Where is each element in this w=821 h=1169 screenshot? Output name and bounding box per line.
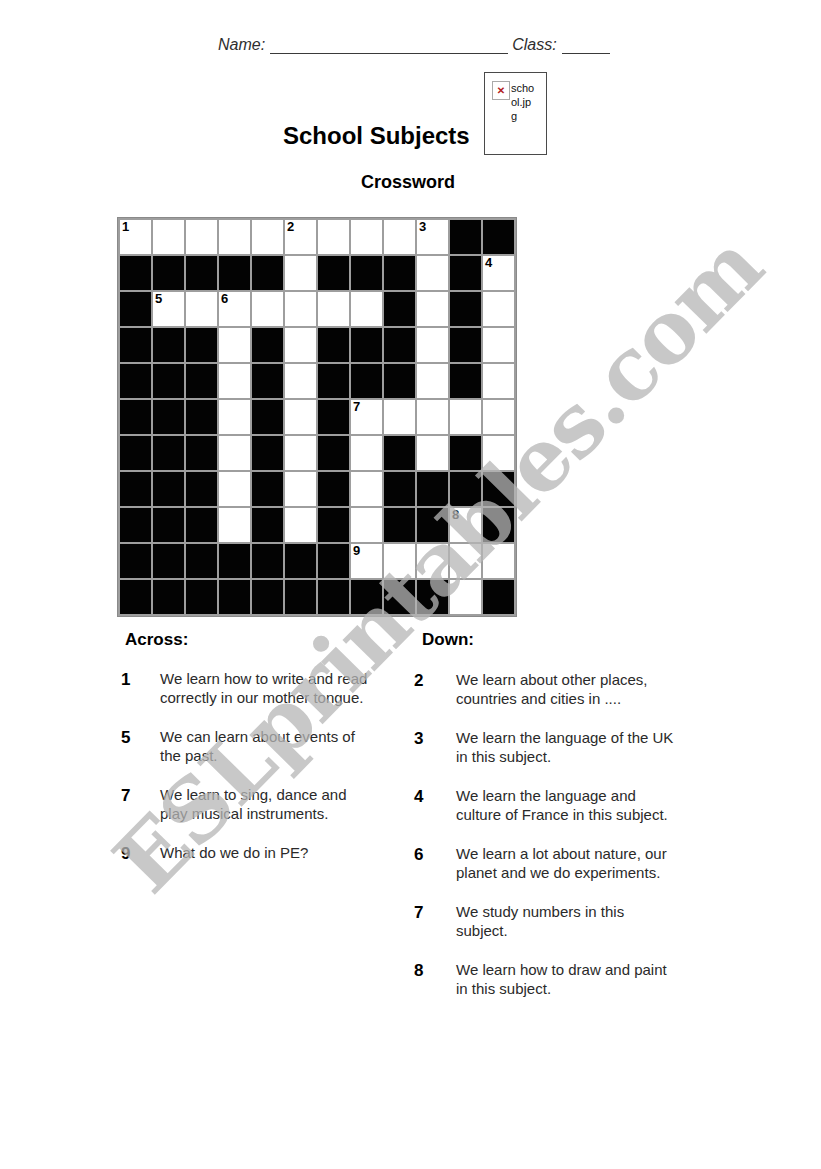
cell-r7c3: [186, 436, 217, 470]
clue-number-in-grid: 7: [353, 400, 360, 414]
cell-r8c12: [483, 472, 514, 506]
clue-text: We learn the language of the UKin this s…: [456, 728, 673, 766]
cell-r11c9: [384, 580, 415, 614]
cell-r9c2: [153, 508, 184, 542]
cell-r8c6[interactable]: [285, 472, 316, 506]
cell-r4c7: [318, 328, 349, 362]
cell-r8c8[interactable]: [351, 472, 382, 506]
cell-r10c11[interactable]: [450, 544, 481, 578]
cell-r5c7: [318, 364, 349, 398]
cell-r7c4[interactable]: [219, 436, 250, 470]
clue-text: We learn about other places,countries an…: [456, 670, 648, 708]
cell-r3c2[interactable]: 5: [153, 292, 184, 326]
down-clue-3: 3 We learn the language of the UKin this…: [414, 728, 714, 766]
cell-r8c7: [318, 472, 349, 506]
cell-r6c9[interactable]: [384, 400, 415, 434]
clue-number: 7: [121, 785, 160, 823]
cell-r9c7: [318, 508, 349, 542]
cell-r1c9[interactable]: [384, 220, 415, 254]
clue-text: We study numbers in thissubject.: [456, 902, 624, 940]
cell-r3c5[interactable]: [252, 292, 283, 326]
worksheet-page: Name:Class: ✕ scho ol.jp g School Subjec…: [0, 0, 821, 1169]
filename-line: g: [511, 109, 534, 123]
cell-r6c4[interactable]: [219, 400, 250, 434]
cell-r10c9[interactable]: [384, 544, 415, 578]
clue-text: What do we do in PE?: [160, 843, 308, 864]
cell-r7c2: [153, 436, 184, 470]
cell-r7c6[interactable]: [285, 436, 316, 470]
clue-text: We learn the language andculture of Fran…: [456, 786, 668, 824]
cell-r7c10[interactable]: [417, 436, 448, 470]
cell-r7c5: [252, 436, 283, 470]
clue-number-in-grid: 9: [353, 544, 360, 558]
down-clue-8: 8 We learn how to draw and paintin this …: [414, 960, 714, 998]
cell-r8c10: [417, 472, 448, 506]
clue-number-in-grid: 6: [221, 292, 228, 306]
cell-r9c6[interactable]: [285, 508, 316, 542]
cell-r1c10[interactable]: 3: [417, 220, 448, 254]
cell-r8c2: [153, 472, 184, 506]
cell-r4c2: [153, 328, 184, 362]
across-clue-9: 9 What do we do in PE?: [121, 843, 406, 864]
cell-r9c1: [120, 508, 151, 542]
cell-r7c7: [318, 436, 349, 470]
filename-line: ol.jp: [511, 95, 534, 109]
cell-r2c12[interactable]: 4: [483, 256, 514, 290]
clue-number: 5: [121, 727, 160, 765]
cell-r8c1: [120, 472, 151, 506]
cell-r11c11[interactable]: [450, 580, 481, 614]
clue-number-in-grid: 4: [485, 256, 492, 270]
cell-r9c10: [417, 508, 448, 542]
cell-r9c4[interactable]: [219, 508, 250, 542]
cell-r3c6[interactable]: [285, 292, 316, 326]
cell-r4c9: [384, 328, 415, 362]
cell-r11c4: [219, 580, 250, 614]
clue-number-in-grid: 5: [155, 292, 162, 306]
cell-r4c11: [450, 328, 481, 362]
cell-r9c9: [384, 508, 415, 542]
across-clue-1: 1 We learn how to write and readcorrectl…: [121, 669, 406, 707]
cell-r3c11: [450, 292, 481, 326]
cell-r11c1: [120, 580, 151, 614]
cell-r11c3: [186, 580, 217, 614]
cell-r9c8[interactable]: [351, 508, 382, 542]
cell-r5c5: [252, 364, 283, 398]
cell-r8c3: [186, 472, 217, 506]
cell-r2c5: [252, 256, 283, 290]
cell-r1c12: [483, 220, 514, 254]
broken-image-placeholder: ✕ scho ol.jp g: [484, 72, 547, 155]
cell-r5c6[interactable]: [285, 364, 316, 398]
cell-r8c11: [450, 472, 481, 506]
clue-number-in-grid: 2: [287, 220, 294, 234]
cell-r5c11: [450, 364, 481, 398]
cell-r6c8[interactable]: 7: [351, 400, 382, 434]
cell-r8c4[interactable]: [219, 472, 250, 506]
cell-r9c3: [186, 508, 217, 542]
clue-number-in-grid: 1: [122, 220, 129, 234]
name-class-row: Name:Class:: [218, 36, 610, 54]
down-clue-4: 4 We learn the language andculture of Fr…: [414, 786, 714, 824]
cell-r10c12[interactable]: [483, 544, 514, 578]
cell-r2c9: [384, 256, 415, 290]
cell-r2c2: [153, 256, 184, 290]
cell-r9c5: [252, 508, 283, 542]
class-writein-line[interactable]: [562, 37, 610, 54]
clue-number: 1: [121, 669, 160, 707]
cell-r2c11: [450, 256, 481, 290]
cell-r11c5: [252, 580, 283, 614]
clue-number: 8: [414, 960, 456, 998]
cell-r8c5: [252, 472, 283, 506]
cell-r3c3[interactable]: [186, 292, 217, 326]
cell-r7c11: [450, 436, 481, 470]
cell-r4c8: [351, 328, 382, 362]
cell-r5c2: [153, 364, 184, 398]
cell-r3c10[interactable]: [417, 292, 448, 326]
cell-r1c1[interactable]: 1: [120, 220, 151, 254]
cell-r11c2: [153, 580, 184, 614]
clue-text: We learn a lot about nature, ourplanet a…: [456, 844, 667, 882]
cell-r5c10[interactable]: [417, 364, 448, 398]
cell-r1c4[interactable]: [219, 220, 250, 254]
cell-r6c11[interactable]: [450, 400, 481, 434]
across-heading: Across:: [125, 630, 188, 650]
name-writein-line[interactable]: [270, 37, 508, 54]
cell-r5c4[interactable]: [219, 364, 250, 398]
across-clues-list: 1 We learn how to write and readcorrectl…: [121, 669, 406, 884]
class-label: Class:: [512, 36, 556, 53]
clue-number: 2: [414, 670, 456, 708]
cell-r11c8: [351, 580, 382, 614]
across-clue-5: 5 We can learn about events ofthe past.: [121, 727, 406, 765]
clue-number: 3: [414, 728, 456, 766]
cell-r1c11: [450, 220, 481, 254]
cell-r4c10[interactable]: [417, 328, 448, 362]
cell-r6c12[interactable]: [483, 400, 514, 434]
cell-r11c7: [318, 580, 349, 614]
cell-r7c8[interactable]: [351, 436, 382, 470]
cell-r3c9: [384, 292, 415, 326]
cell-r2c1: [120, 256, 151, 290]
cell-r1c8[interactable]: [351, 220, 382, 254]
cell-r4c5: [252, 328, 283, 362]
cell-r3c7[interactable]: [318, 292, 349, 326]
cell-r9c11[interactable]: 8: [450, 508, 481, 542]
cell-r2c4: [219, 256, 250, 290]
clue-number: 6: [414, 844, 456, 882]
cell-r6c6[interactable]: [285, 400, 316, 434]
down-heading: Down:: [422, 630, 474, 650]
cell-r10c6: [285, 544, 316, 578]
clue-text: We can learn about events ofthe past.: [160, 727, 355, 765]
cell-r1c7[interactable]: [318, 220, 349, 254]
page-title: School Subjects: [283, 122, 470, 150]
cell-r2c6[interactable]: [285, 256, 316, 290]
clue-number: 7: [414, 902, 456, 940]
cell-r5c9: [384, 364, 415, 398]
cell-r5c8: [351, 364, 382, 398]
cell-r7c1: [120, 436, 151, 470]
cell-r7c9: [384, 436, 415, 470]
cell-r10c10[interactable]: [417, 544, 448, 578]
cell-r2c8: [351, 256, 382, 290]
broken-image-filename: scho ol.jp g: [511, 81, 534, 123]
cell-r1c3[interactable]: [186, 220, 217, 254]
cell-r10c7: [318, 544, 349, 578]
cell-r6c10[interactable]: [417, 400, 448, 434]
cell-r7c12[interactable]: [483, 436, 514, 470]
down-clues-list: 2 We learn about other places,countries …: [414, 670, 714, 1018]
cell-r4c6[interactable]: [285, 328, 316, 362]
crossword-subtitle: Crossword: [361, 172, 455, 193]
cell-r6c3: [186, 400, 217, 434]
clue-number-in-grid: 3: [419, 220, 426, 234]
down-clue-6: 6 We learn a lot about nature, ourplanet…: [414, 844, 714, 882]
cell-r3c4[interactable]: 6: [219, 292, 250, 326]
cell-r10c1: [120, 544, 151, 578]
cell-r10c8[interactable]: 9: [351, 544, 382, 578]
cell-r6c1: [120, 400, 151, 434]
cell-r6c7: [318, 400, 349, 434]
cell-r4c3: [186, 328, 217, 362]
cell-r8c9: [384, 472, 415, 506]
cell-r2c7: [318, 256, 349, 290]
cell-r4c4[interactable]: [219, 328, 250, 362]
cell-r11c12: [483, 580, 514, 614]
down-clue-7: 7 We study numbers in thissubject.: [414, 902, 714, 940]
cell-r4c1: [120, 328, 151, 362]
cell-r5c1: [120, 364, 151, 398]
cell-r3c12[interactable]: [483, 292, 514, 326]
name-label: Name:: [218, 36, 265, 53]
clue-text: We learn how to write and readcorrectly …: [160, 669, 367, 707]
cell-r9c12: [483, 508, 514, 542]
cell-r10c2: [153, 544, 184, 578]
cell-r6c5: [252, 400, 283, 434]
down-clue-2: 2 We learn about other places,countries …: [414, 670, 714, 708]
cell-r5c12[interactable]: [483, 364, 514, 398]
cell-r3c1: [120, 292, 151, 326]
cell-r10c4: [219, 544, 250, 578]
broken-image-x-icon: ✕: [492, 81, 510, 100]
filename-line: scho: [511, 81, 534, 95]
cell-r2c3: [186, 256, 217, 290]
clue-text: We learn to sing, dance andplay musical …: [160, 785, 347, 823]
cell-r1c5[interactable]: [252, 220, 283, 254]
across-clue-7: 7 We learn to sing, dance andplay musica…: [121, 785, 406, 823]
clue-number-in-grid: 8: [452, 508, 459, 522]
crossword-grid: 123456789: [117, 217, 517, 617]
cell-r1c6[interactable]: 2: [285, 220, 316, 254]
cell-r2c10[interactable]: [417, 256, 448, 290]
cell-r11c10: [417, 580, 448, 614]
cell-r10c5: [252, 544, 283, 578]
cell-r6c2: [153, 400, 184, 434]
cell-r1c2[interactable]: [153, 220, 184, 254]
clue-number: 4: [414, 786, 456, 824]
clue-number: 9: [121, 843, 160, 864]
cell-r4c12[interactable]: [483, 328, 514, 362]
cell-r3c8[interactable]: [351, 292, 382, 326]
cell-r5c3: [186, 364, 217, 398]
cell-r11c6: [285, 580, 316, 614]
clue-text: We learn how to draw and paintin this su…: [456, 960, 667, 998]
cell-r10c3: [186, 544, 217, 578]
